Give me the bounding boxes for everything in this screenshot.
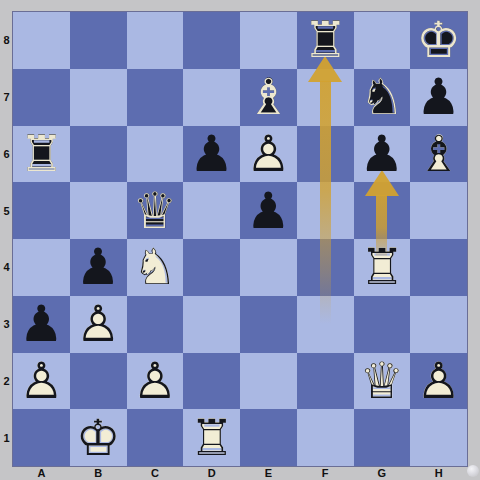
rank-label-6: 6 bbox=[0, 126, 13, 183]
square-d7[interactable] bbox=[183, 69, 240, 126]
white-pawn-outline: ♙ bbox=[410, 353, 467, 410]
square-a7[interactable] bbox=[13, 69, 70, 126]
piece-black-pawn-d6[interactable]: ♟ bbox=[183, 126, 240, 183]
white-rook-outline: ♖ bbox=[354, 239, 411, 296]
piece-black-king-h8[interactable]: ♚♔ bbox=[410, 12, 467, 69]
white-pawn-outline: ♙ bbox=[70, 296, 127, 353]
white-bishop-outline: ♗ bbox=[410, 126, 467, 183]
chess-board: ♜♖♚♔♝♗♞♘♟♜♖♟♟♙♟♝♗♛♕♟♟♞♘♜♖♟♟♙♟♙♟♙♛♕♟♙♚♔♜♖ bbox=[13, 12, 467, 466]
square-c3[interactable] bbox=[127, 296, 184, 353]
square-a1[interactable] bbox=[13, 409, 70, 466]
rank-label-7: 7 bbox=[0, 69, 13, 126]
piece-black-rook-a6[interactable]: ♜♖ bbox=[13, 126, 70, 183]
square-e1[interactable] bbox=[240, 409, 297, 466]
black-knight-outline: ♘ bbox=[354, 69, 411, 126]
square-b5[interactable] bbox=[70, 182, 127, 239]
white-pawn-outline: ♙ bbox=[127, 353, 184, 410]
square-e2[interactable] bbox=[240, 353, 297, 410]
rank-label-3: 3 bbox=[0, 296, 13, 353]
square-g3[interactable] bbox=[354, 296, 411, 353]
square-d2[interactable] bbox=[183, 353, 240, 410]
piece-white-bishop-h6[interactable]: ♝♗ bbox=[410, 126, 467, 183]
black-rook-outline: ♖ bbox=[13, 126, 70, 183]
black-pawn-glyph: ♟ bbox=[13, 296, 70, 353]
white-queen-outline: ♕ bbox=[354, 353, 411, 410]
rank-label-4: 4 bbox=[0, 239, 13, 296]
piece-black-pawn-h7[interactable]: ♟ bbox=[410, 69, 467, 126]
file-label-C: C bbox=[127, 466, 184, 480]
piece-black-pawn-a3[interactable]: ♟ bbox=[13, 296, 70, 353]
rank-label-1: 1 bbox=[0, 409, 13, 466]
square-a5[interactable] bbox=[13, 182, 70, 239]
black-bishop-outline: ♗ bbox=[240, 69, 297, 126]
white-king-outline: ♔ bbox=[70, 409, 127, 466]
black-pawn-glyph: ♟ bbox=[240, 182, 297, 239]
piece-white-king-b1[interactable]: ♚♔ bbox=[70, 409, 127, 466]
move-arrow-f3-f8 bbox=[320, 81, 331, 324]
piece-white-pawn-c2[interactable]: ♟♙ bbox=[127, 353, 184, 410]
piece-black-pawn-e5[interactable]: ♟ bbox=[240, 182, 297, 239]
piece-white-pawn-b3[interactable]: ♟♙ bbox=[70, 296, 127, 353]
piece-black-pawn-g6[interactable]: ♟ bbox=[354, 126, 411, 183]
black-pawn-glyph: ♟ bbox=[183, 126, 240, 183]
square-f2[interactable] bbox=[297, 353, 354, 410]
square-b6[interactable] bbox=[70, 126, 127, 183]
piece-white-queen-g2[interactable]: ♛♕ bbox=[354, 353, 411, 410]
file-label-A: A bbox=[13, 466, 70, 480]
square-c1[interactable] bbox=[127, 409, 184, 466]
resize-dot-icon bbox=[467, 465, 479, 477]
white-knight-outline: ♘ bbox=[127, 239, 184, 296]
square-g8[interactable] bbox=[354, 12, 411, 69]
white-pawn-outline: ♙ bbox=[240, 126, 297, 183]
white-rook-outline: ♖ bbox=[183, 409, 240, 466]
piece-white-rook-g4[interactable]: ♜♖ bbox=[354, 239, 411, 296]
black-pawn-glyph: ♟ bbox=[70, 239, 127, 296]
black-king-outline: ♔ bbox=[410, 12, 467, 69]
piece-black-pawn-b4[interactable]: ♟ bbox=[70, 239, 127, 296]
square-g1[interactable] bbox=[354, 409, 411, 466]
square-e3[interactable] bbox=[240, 296, 297, 353]
black-queen-outline: ♕ bbox=[127, 182, 184, 239]
piece-black-rook-f8[interactable]: ♜♖ bbox=[297, 12, 354, 69]
file-label-F: F bbox=[297, 466, 354, 480]
rank-label-8: 8 bbox=[0, 12, 13, 69]
square-a8[interactable] bbox=[13, 12, 70, 69]
piece-black-knight-g7[interactable]: ♞♘ bbox=[354, 69, 411, 126]
piece-white-pawn-h2[interactable]: ♟♙ bbox=[410, 353, 467, 410]
rank-label-2: 2 bbox=[0, 353, 13, 410]
chess-board-panel: ♜♖♚♔♝♗♞♘♟♜♖♟♟♙♟♝♗♛♕♟♟♞♘♜♖♟♟♙♟♙♟♙♛♕♟♙♚♔♜♖… bbox=[0, 0, 480, 480]
square-b8[interactable] bbox=[70, 12, 127, 69]
square-d4[interactable] bbox=[183, 239, 240, 296]
square-c8[interactable] bbox=[127, 12, 184, 69]
file-label-G: G bbox=[354, 466, 411, 480]
file-label-H: H bbox=[410, 466, 467, 480]
square-c7[interactable] bbox=[127, 69, 184, 126]
square-e8[interactable] bbox=[240, 12, 297, 69]
piece-white-rook-d1[interactable]: ♜♖ bbox=[183, 409, 240, 466]
rank-label-5: 5 bbox=[0, 182, 13, 239]
file-label-E: E bbox=[240, 466, 297, 480]
square-b2[interactable] bbox=[70, 353, 127, 410]
black-rook-outline: ♖ bbox=[297, 12, 354, 69]
square-d8[interactable] bbox=[183, 12, 240, 69]
piece-black-bishop-e7[interactable]: ♝♗ bbox=[240, 69, 297, 126]
black-pawn-glyph: ♟ bbox=[410, 69, 467, 126]
square-h1[interactable] bbox=[410, 409, 467, 466]
square-c6[interactable] bbox=[127, 126, 184, 183]
file-label-B: B bbox=[70, 466, 127, 480]
square-a4[interactable] bbox=[13, 239, 70, 296]
square-d3[interactable] bbox=[183, 296, 240, 353]
square-h4[interactable] bbox=[410, 239, 467, 296]
black-pawn-glyph: ♟ bbox=[354, 126, 411, 183]
square-h3[interactable] bbox=[410, 296, 467, 353]
piece-black-queen-c5[interactable]: ♛♕ bbox=[127, 182, 184, 239]
piece-white-pawn-a2[interactable]: ♟♙ bbox=[13, 353, 70, 410]
square-d5[interactable] bbox=[183, 182, 240, 239]
piece-white-pawn-e6[interactable]: ♟♙ bbox=[240, 126, 297, 183]
square-f1[interactable] bbox=[297, 409, 354, 466]
piece-white-knight-c4[interactable]: ♞♘ bbox=[127, 239, 184, 296]
square-b7[interactable] bbox=[70, 69, 127, 126]
square-h5[interactable] bbox=[410, 182, 467, 239]
white-pawn-outline: ♙ bbox=[13, 353, 70, 410]
file-label-D: D bbox=[183, 466, 240, 480]
square-e4[interactable] bbox=[240, 239, 297, 296]
